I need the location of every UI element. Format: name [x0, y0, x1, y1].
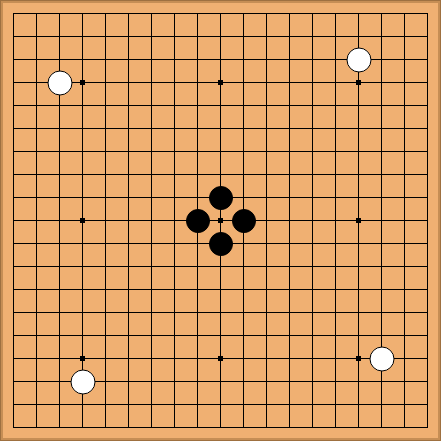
white-stone-R4[interactable]: [369, 346, 394, 371]
black-stone-K11[interactable]: [209, 186, 233, 210]
black-stone-L10[interactable]: [232, 209, 256, 233]
black-stone-J10[interactable]: [186, 209, 210, 233]
star-point-hoshi: [356, 218, 361, 223]
grid-line-horizontal: [13, 289, 428, 290]
grid-line-vertical: [404, 13, 405, 428]
grid-line-horizontal: [13, 266, 428, 267]
go-board[interactable]: [0, 0, 441, 441]
grid-line-horizontal: [13, 312, 428, 313]
grid-line-vertical: [335, 13, 336, 428]
grid-line-vertical: [289, 13, 290, 428]
grid-line-vertical: [312, 13, 313, 428]
star-point-hoshi: [356, 356, 361, 361]
star-point-hoshi: [80, 218, 85, 223]
grid-line-vertical: [427, 13, 428, 428]
grid-line-vertical: [266, 13, 267, 428]
grid-line-horizontal: [13, 335, 428, 336]
white-stone-C16[interactable]: [47, 70, 72, 95]
star-point-hoshi: [80, 80, 85, 85]
white-stone-Q17[interactable]: [346, 47, 371, 72]
white-stone-D3[interactable]: [70, 369, 95, 394]
black-stone-K9[interactable]: [209, 232, 233, 256]
star-point-hoshi: [218, 80, 223, 85]
star-point-hoshi: [356, 80, 361, 85]
star-point-hoshi: [80, 356, 85, 361]
grid-line-horizontal: [13, 404, 428, 405]
grid-line-horizontal: [13, 427, 428, 428]
star-point-hoshi: [218, 356, 223, 361]
star-point-hoshi: [218, 218, 223, 223]
